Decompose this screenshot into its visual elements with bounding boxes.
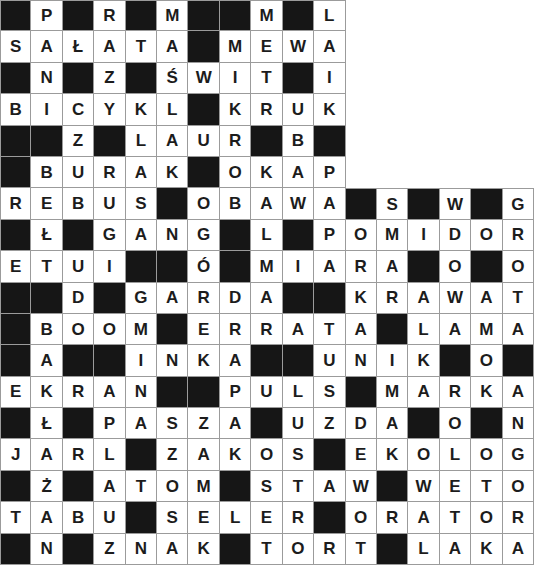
block-cell-r11c1	[0, 314, 31, 345]
letter-cell-r10c12[interactable]: K	[346, 283, 377, 314]
block-cell-r10c2	[31, 283, 62, 314]
letter-cell-r6c6[interactable]: K	[157, 157, 188, 188]
letter-cell-r7c11[interactable]: A	[314, 188, 345, 219]
letter-cell-r6c9[interactable]: K	[251, 157, 282, 188]
letter-cell-r12c5[interactable]: I	[126, 345, 157, 376]
letter-cell-r10c16[interactable]: A	[471, 283, 502, 314]
letter-cell-r16c10[interactable]: T	[283, 471, 314, 502]
letter-cell-r11c17[interactable]: A	[503, 314, 534, 345]
letter-cell-r18c2[interactable]: N	[31, 534, 62, 565]
letter-cell-r3c4[interactable]: Z	[94, 63, 125, 94]
letter-cell-r18c12[interactable]: T	[346, 534, 377, 565]
block-cell-r12c17	[503, 345, 534, 376]
letter-cell-r16c14[interactable]: W	[408, 471, 439, 502]
letter-cell-r5c5[interactable]: L	[126, 126, 157, 157]
letter-cell-r1c9[interactable]: M	[251, 0, 282, 31]
letter-cell-r5c7[interactable]: U	[188, 126, 219, 157]
block-cell-r12c9	[251, 345, 282, 376]
letter-cell-r2c5[interactable]: T	[126, 31, 157, 62]
block-cell-r3c10	[283, 63, 314, 94]
letter-cell-r13c13[interactable]: M	[377, 377, 408, 408]
letter-cell-r14c6[interactable]: S	[157, 408, 188, 439]
letter-cell-r9c2[interactable]: T	[31, 251, 62, 282]
letter-cell-r4c9[interactable]: R	[251, 94, 282, 125]
letter-cell-r15c7[interactable]: A	[188, 439, 219, 470]
block-cell-r1c5	[126, 0, 157, 31]
block-cell-r10c4	[94, 283, 125, 314]
letter-cell-r1c2[interactable]: P	[31, 0, 62, 31]
block-cell-r5c1	[0, 126, 31, 157]
letter-cell-r13c10[interactable]: L	[283, 377, 314, 408]
letter-cell-r14c10[interactable]: U	[283, 408, 314, 439]
letter-cell-r2c1[interactable]: S	[0, 31, 31, 62]
block-cell-r9c6	[157, 251, 188, 282]
block-cell-r10c1	[0, 283, 31, 314]
letter-cell-r3c7[interactable]: W	[188, 63, 219, 94]
letter-cell-r11c15[interactable]: A	[440, 314, 471, 345]
letter-cell-r16c2[interactable]: Ż	[31, 471, 62, 502]
letter-cell-r9c13[interactable]: A	[377, 251, 408, 282]
letter-cell-r15c2[interactable]: A	[31, 439, 62, 470]
letter-cell-r7c7[interactable]: O	[188, 188, 219, 219]
letter-cell-r1c4[interactable]: R	[94, 0, 125, 31]
letter-cell-r5c3[interactable]: Z	[63, 126, 94, 157]
crossword-board: PRMMLSAŁATAMEWANZŚWITIBICYKLKRUKZLAURBBU…	[0, 0, 534, 565]
letter-cell-r14c11[interactable]: Z	[314, 408, 345, 439]
outside-area	[503, 94, 534, 125]
letter-cell-r16c11[interactable]: A	[314, 471, 345, 502]
letter-cell-r10c17[interactable]: T	[503, 283, 534, 314]
block-cell-r14c3	[63, 408, 94, 439]
letter-cell-r17c3[interactable]: B	[63, 502, 94, 533]
block-cell-r15c5	[126, 439, 157, 470]
letter-cell-r1c11[interactable]: L	[314, 0, 345, 31]
block-cell-r16c3	[63, 471, 94, 502]
letter-cell-r3c2[interactable]: N	[31, 63, 62, 94]
letter-cell-r4c11[interactable]: K	[314, 94, 345, 125]
letter-cell-r9c11[interactable]: A	[314, 251, 345, 282]
letter-cell-r14c17[interactable]: N	[503, 408, 534, 439]
letter-cell-r2c4[interactable]: A	[94, 31, 125, 62]
letter-cell-r4c3[interactable]: C	[63, 94, 94, 125]
block-cell-r8c1	[0, 220, 31, 251]
letter-cell-r5c8[interactable]: R	[220, 126, 251, 157]
letter-cell-r17c14[interactable]: A	[408, 502, 439, 533]
outside-area	[471, 0, 502, 31]
letter-cell-r8c4[interactable]: G	[94, 220, 125, 251]
letter-cell-r12c2[interactable]: A	[31, 345, 62, 376]
letter-cell-r17c13[interactable]: R	[377, 502, 408, 533]
letter-cell-r4c10[interactable]: U	[283, 94, 314, 125]
letter-cell-r12c6[interactable]: N	[157, 345, 188, 376]
letter-cell-r14c13[interactable]: A	[377, 408, 408, 439]
block-cell-r2c7	[188, 31, 219, 62]
letter-cell-r10c9[interactable]: A	[251, 283, 282, 314]
block-cell-r18c13	[377, 534, 408, 565]
outside-area	[346, 31, 377, 62]
letter-cell-r18c11[interactable]: R	[314, 534, 345, 565]
letter-cell-r16c9[interactable]: S	[251, 471, 282, 502]
outside-area	[377, 31, 408, 62]
letter-cell-r18c9[interactable]: T	[251, 534, 282, 565]
letter-cell-r6c5[interactable]: A	[126, 157, 157, 188]
letter-cell-r12c8[interactable]: A	[220, 345, 251, 376]
letter-cell-r13c4[interactable]: A	[94, 377, 125, 408]
outside-area	[440, 94, 471, 125]
letter-cell-r13c9[interactable]: U	[251, 377, 282, 408]
letter-cell-r9c12[interactable]: R	[346, 251, 377, 282]
block-cell-r11c13	[377, 314, 408, 345]
letter-cell-r15c15[interactable]: L	[440, 439, 471, 470]
letter-cell-r6c8[interactable]: O	[220, 157, 251, 188]
letter-cell-r17c1[interactable]: T	[0, 502, 31, 533]
outside-area	[471, 63, 502, 94]
letter-cell-r11c2[interactable]: B	[31, 314, 62, 345]
block-cell-r5c9	[251, 126, 282, 157]
letter-cell-r10c5[interactable]: G	[126, 283, 157, 314]
outside-area	[346, 126, 377, 157]
letter-cell-r15c14[interactable]: O	[408, 439, 439, 470]
letter-cell-r17c7[interactable]: E	[188, 502, 219, 533]
outside-area	[440, 157, 471, 188]
letter-cell-r12c7[interactable]: K	[188, 345, 219, 376]
outside-area	[440, 0, 471, 31]
outside-area	[440, 63, 471, 94]
letter-cell-r12c16[interactable]: O	[471, 345, 502, 376]
letter-cell-r6c2[interactable]: B	[31, 157, 62, 188]
letter-cell-r12c11[interactable]: U	[314, 345, 345, 376]
letter-cell-r18c4[interactable]: Z	[94, 534, 125, 565]
block-cell-r8c8	[220, 220, 251, 251]
letter-cell-r4c6[interactable]: L	[157, 94, 188, 125]
outside-area	[377, 94, 408, 125]
outside-area	[440, 31, 471, 62]
letter-cell-r8c2[interactable]: Ł	[31, 220, 62, 251]
block-cell-r17c11	[314, 502, 345, 533]
letter-cell-r15c16[interactable]: O	[471, 439, 502, 470]
outside-area	[408, 31, 439, 62]
block-cell-r16c1	[0, 471, 31, 502]
letter-cell-r14c8[interactable]: A	[220, 408, 251, 439]
letter-cell-r18c14[interactable]: L	[408, 534, 439, 565]
letter-cell-r7c3[interactable]: B	[63, 188, 94, 219]
block-cell-r12c1	[0, 345, 31, 376]
block-cell-r6c1	[0, 157, 31, 188]
outside-area	[377, 0, 408, 31]
block-cell-r7c14	[408, 188, 439, 219]
letter-cell-r11c16[interactable]: M	[471, 314, 502, 345]
letter-cell-r12c13[interactable]: I	[377, 345, 408, 376]
letter-cell-r13c2[interactable]: K	[31, 377, 62, 408]
letter-cell-r11c7[interactable]: E	[188, 314, 219, 345]
letter-cell-r15c12[interactable]: E	[346, 439, 377, 470]
letter-cell-r7c9[interactable]: A	[251, 188, 282, 219]
letter-cell-r4c1[interactable]: B	[0, 94, 31, 125]
block-cell-r1c1	[0, 0, 31, 31]
letter-cell-r7c1[interactable]: R	[0, 188, 31, 219]
letter-cell-r14c4[interactable]: P	[94, 408, 125, 439]
letter-cell-r18c15[interactable]: A	[440, 534, 471, 565]
letter-cell-r4c2[interactable]: I	[31, 94, 62, 125]
letter-cell-r11c8[interactable]: R	[220, 314, 251, 345]
letter-cell-r7c8[interactable]: B	[220, 188, 251, 219]
letter-cell-r16c16[interactable]: T	[471, 471, 502, 502]
block-cell-r5c11	[314, 126, 345, 157]
letter-cell-r2c8[interactable]: M	[220, 31, 251, 62]
letter-cell-r14c12[interactable]: D	[346, 408, 377, 439]
block-cell-r10c11	[314, 283, 345, 314]
letter-cell-r13c14[interactable]: A	[408, 377, 439, 408]
block-cell-r3c5	[126, 63, 157, 94]
letter-cell-r14c5[interactable]: A	[126, 408, 157, 439]
letter-cell-r17c12[interactable]: O	[346, 502, 377, 533]
outside-area	[346, 63, 377, 94]
letter-cell-r16c7[interactable]: M	[188, 471, 219, 502]
letter-cell-r14c15[interactable]: O	[440, 408, 471, 439]
letter-cell-r16c12[interactable]: W	[346, 471, 377, 502]
letter-cell-r9c9[interactable]: M	[251, 251, 282, 282]
letter-cell-r13c17[interactable]: A	[503, 377, 534, 408]
outside-area	[408, 157, 439, 188]
letter-cell-r10c7[interactable]: R	[188, 283, 219, 314]
outside-area	[471, 31, 502, 62]
block-cell-r15c11	[314, 439, 345, 470]
block-cell-r7c6	[157, 188, 188, 219]
block-cell-r3c3	[63, 63, 94, 94]
letter-cell-r4c4[interactable]: Y	[94, 94, 125, 125]
outside-area	[503, 63, 534, 94]
letter-cell-r3c9[interactable]: T	[251, 63, 282, 94]
outside-area	[503, 31, 534, 62]
outside-area	[471, 94, 502, 125]
outside-area	[471, 126, 502, 157]
letter-cell-r17c9[interactable]: E	[251, 502, 282, 533]
outside-area	[503, 126, 534, 157]
letter-cell-r2c6[interactable]: A	[157, 31, 188, 62]
letter-cell-r9c3[interactable]: U	[63, 251, 94, 282]
block-cell-r4c7	[188, 94, 219, 125]
block-cell-r14c16	[471, 408, 502, 439]
letter-cell-r3c8[interactable]: I	[220, 63, 251, 94]
block-cell-r12c3	[63, 345, 94, 376]
letter-cell-r8c7[interactable]: G	[188, 220, 219, 251]
letter-cell-r5c6[interactable]: A	[157, 126, 188, 157]
block-cell-r12c4	[94, 345, 125, 376]
outside-area	[377, 157, 408, 188]
outside-area	[346, 94, 377, 125]
letter-cell-r9c4[interactable]: I	[94, 251, 125, 282]
block-cell-r5c2	[31, 126, 62, 157]
outside-area	[471, 157, 502, 188]
outside-area	[408, 94, 439, 125]
letter-cell-r7c17[interactable]: G	[503, 188, 534, 219]
letter-cell-r15c3[interactable]: R	[63, 439, 94, 470]
letter-cell-r7c5[interactable]: S	[126, 188, 157, 219]
letter-cell-r11c3[interactable]: O	[63, 314, 94, 345]
letter-cell-r8c9[interactable]: L	[251, 220, 282, 251]
outside-area	[346, 0, 377, 31]
letter-cell-r8c6[interactable]: N	[157, 220, 188, 251]
block-cell-r18c1	[0, 534, 31, 565]
letter-cell-r9c1[interactable]: E	[0, 251, 31, 282]
letter-cell-r15c4[interactable]: L	[94, 439, 125, 470]
letter-cell-r13c16[interactable]: K	[471, 377, 502, 408]
letter-cell-r6c4[interactable]: R	[94, 157, 125, 188]
block-cell-r18c3	[63, 534, 94, 565]
letter-cell-r12c12[interactable]: N	[346, 345, 377, 376]
letter-cell-r13c1[interactable]: E	[0, 377, 31, 408]
letter-cell-r17c6[interactable]: S	[157, 502, 188, 533]
block-cell-r6c7	[188, 157, 219, 188]
letter-cell-r9c10[interactable]: I	[283, 251, 314, 282]
letter-cell-r9c7[interactable]: Ó	[188, 251, 219, 282]
block-cell-r17c5	[126, 502, 157, 533]
block-cell-r11c6	[157, 314, 188, 345]
letter-cell-r2c11[interactable]: A	[314, 31, 345, 62]
letter-cell-r3c11[interactable]: I	[314, 63, 345, 94]
letter-cell-r10c14[interactable]: A	[408, 283, 439, 314]
letter-cell-r18c16[interactable]: K	[471, 534, 502, 565]
block-cell-r13c7	[188, 377, 219, 408]
block-cell-r16c13	[377, 471, 408, 502]
block-cell-r10c10	[283, 283, 314, 314]
letter-cell-r8c5[interactable]: A	[126, 220, 157, 251]
letter-cell-r11c14[interactable]: L	[408, 314, 439, 345]
letter-cell-r18c5[interactable]: N	[126, 534, 157, 565]
block-cell-r12c15	[440, 345, 471, 376]
letter-cell-r8c14[interactable]: I	[408, 220, 439, 251]
letter-cell-r7c15[interactable]: W	[440, 188, 471, 219]
letter-cell-r5c10[interactable]: B	[283, 126, 314, 157]
letter-cell-r2c3[interactable]: Ł	[63, 31, 94, 62]
block-cell-r1c3	[63, 0, 94, 31]
letter-cell-r14c2[interactable]: Ł	[31, 408, 62, 439]
letter-cell-r15c9[interactable]: O	[251, 439, 282, 470]
letter-cell-r10c3[interactable]: D	[63, 283, 94, 314]
letter-cell-r17c16[interactable]: O	[471, 502, 502, 533]
letter-cell-r13c3[interactable]: R	[63, 377, 94, 408]
letter-cell-r2c10[interactable]: W	[283, 31, 314, 62]
letter-cell-r11c10[interactable]: A	[283, 314, 314, 345]
outside-area	[377, 63, 408, 94]
letter-cell-r13c15[interactable]: R	[440, 377, 471, 408]
letter-cell-r7c13[interactable]: S	[377, 188, 408, 219]
letter-cell-r17c2[interactable]: A	[31, 502, 62, 533]
block-cell-r13c6	[157, 377, 188, 408]
letter-cell-r16c17[interactable]: O	[503, 471, 534, 502]
letter-cell-r4c8[interactable]: K	[220, 94, 251, 125]
letter-cell-r10c8[interactable]: D	[220, 283, 251, 314]
letter-cell-r4c5[interactable]: K	[126, 94, 157, 125]
letter-cell-r11c12[interactable]: A	[346, 314, 377, 345]
letter-cell-r11c5[interactable]: M	[126, 314, 157, 345]
outside-area	[408, 0, 439, 31]
block-cell-r1c8	[220, 0, 251, 31]
letter-cell-r18c17[interactable]: A	[503, 534, 534, 565]
block-cell-r12c10	[283, 345, 314, 376]
block-cell-r9c8	[220, 251, 251, 282]
letter-cell-r17c8[interactable]: L	[220, 502, 251, 533]
block-cell-r7c12	[346, 188, 377, 219]
letter-cell-r2c9[interactable]: E	[251, 31, 282, 62]
block-cell-r14c14	[408, 408, 439, 439]
letter-cell-r10c6[interactable]: A	[157, 283, 188, 314]
letter-cell-r8c13[interactable]: M	[377, 220, 408, 251]
outside-area	[346, 157, 377, 188]
block-cell-r1c10	[283, 0, 314, 31]
letter-cell-r17c10[interactable]: R	[283, 502, 314, 533]
letter-cell-r15c6[interactable]: Z	[157, 439, 188, 470]
letter-cell-r15c10[interactable]: S	[283, 439, 314, 470]
outside-area	[503, 157, 534, 188]
letter-cell-r14c7[interactable]: Z	[188, 408, 219, 439]
letter-cell-r8c16[interactable]: O	[471, 220, 502, 251]
letter-cell-r16c5[interactable]: T	[126, 471, 157, 502]
letter-cell-r11c4[interactable]: O	[94, 314, 125, 345]
letter-cell-r2c2[interactable]: A	[31, 31, 62, 62]
letter-cell-r15c8[interactable]: K	[220, 439, 251, 470]
letter-cell-r8c15[interactable]: D	[440, 220, 471, 251]
letter-cell-r18c7[interactable]: K	[188, 534, 219, 565]
letter-cell-r16c6[interactable]: O	[157, 471, 188, 502]
letter-cell-r7c10[interactable]: W	[283, 188, 314, 219]
letter-cell-r10c15[interactable]: W	[440, 283, 471, 314]
block-cell-r14c1	[0, 408, 31, 439]
letter-cell-r6c3[interactable]: U	[63, 157, 94, 188]
block-cell-r8c10	[283, 220, 314, 251]
outside-area	[440, 126, 471, 157]
letter-cell-r17c15[interactable]: T	[440, 502, 471, 533]
letter-cell-r18c6[interactable]: A	[157, 534, 188, 565]
letter-cell-r7c2[interactable]: E	[31, 188, 62, 219]
letter-cell-r6c10[interactable]: A	[283, 157, 314, 188]
letter-cell-r11c11[interactable]: T	[314, 314, 345, 345]
outside-area	[408, 63, 439, 94]
letter-cell-r8c17[interactable]: R	[503, 220, 534, 251]
letter-cell-r13c11[interactable]: S	[314, 377, 345, 408]
letter-cell-r6c11[interactable]: P	[314, 157, 345, 188]
letter-cell-r12c14[interactable]: K	[408, 345, 439, 376]
block-cell-r1c7	[188, 0, 219, 31]
letter-cell-r13c5[interactable]: N	[126, 377, 157, 408]
letter-cell-r1c6[interactable]: M	[157, 0, 188, 31]
block-cell-r13c12	[346, 377, 377, 408]
letter-cell-r18c10[interactable]: O	[283, 534, 314, 565]
block-cell-r14c9	[251, 408, 282, 439]
letter-cell-r7c4[interactable]: U	[94, 188, 125, 219]
block-cell-r9c5	[126, 251, 157, 282]
block-cell-r18c8	[220, 534, 251, 565]
letter-cell-r16c15[interactable]: E	[440, 471, 471, 502]
letter-cell-r9c15[interactable]: O	[440, 251, 471, 282]
letter-cell-r17c4[interactable]: U	[94, 502, 125, 533]
letter-cell-r15c17[interactable]: G	[503, 439, 534, 470]
letter-cell-r15c1[interactable]: J	[0, 439, 31, 470]
letter-cell-r17c17[interactable]: R	[503, 502, 534, 533]
letter-cell-r15c13[interactable]: K	[377, 439, 408, 470]
letter-cell-r11c9[interactable]: R	[251, 314, 282, 345]
letter-cell-r16c4[interactable]: A	[94, 471, 125, 502]
letter-cell-r13c8[interactable]: P	[220, 377, 251, 408]
letter-cell-r3c6[interactable]: Ś	[157, 63, 188, 94]
outside-area	[408, 126, 439, 157]
letter-cell-r10c13[interactable]: R	[377, 283, 408, 314]
block-cell-r16c8	[220, 471, 251, 502]
letter-cell-r9c17[interactable]: O	[503, 251, 534, 282]
letter-cell-r8c12[interactable]: O	[346, 220, 377, 251]
outside-area	[503, 0, 534, 31]
letter-cell-r8c11[interactable]: P	[314, 220, 345, 251]
